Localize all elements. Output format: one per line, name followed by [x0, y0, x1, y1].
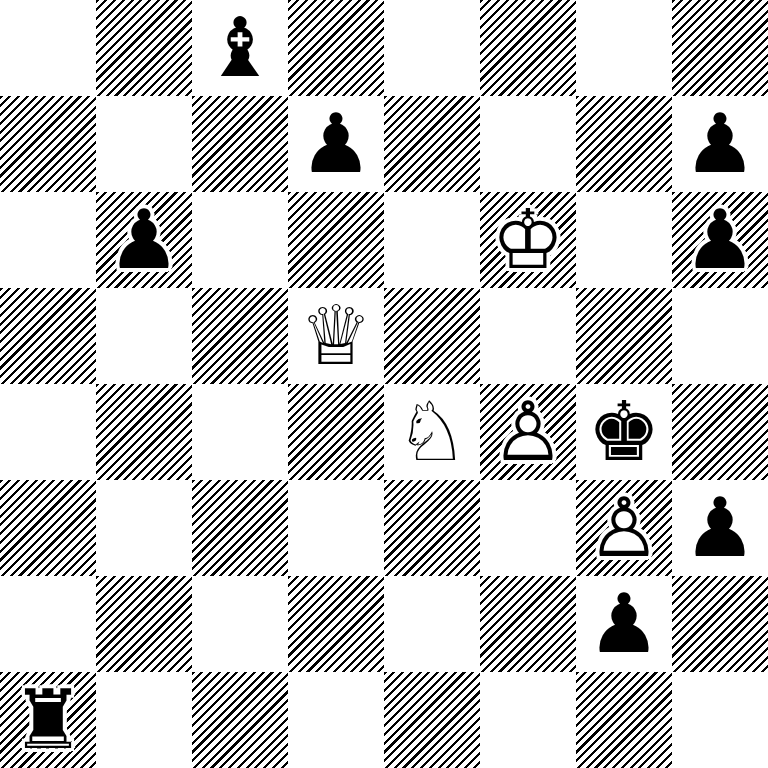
black-pawn-icon: ♟ [672, 192, 768, 288]
square-a4[interactable] [0, 384, 96, 480]
square-f2[interactable] [480, 576, 576, 672]
square-f6[interactable]: ♚♔ [480, 192, 576, 288]
piece-black-pawn[interactable]: ♟♟ [672, 480, 768, 576]
square-h3[interactable]: ♟♟ [672, 480, 768, 576]
square-g1[interactable] [576, 672, 672, 768]
square-d1[interactable] [288, 672, 384, 768]
square-h1[interactable] [672, 672, 768, 768]
square-a6[interactable] [0, 192, 96, 288]
square-e5[interactable] [384, 288, 480, 384]
square-h8[interactable] [672, 0, 768, 96]
piece-black-pawn[interactable]: ♟♟ [96, 192, 192, 288]
square-d3[interactable] [288, 480, 384, 576]
square-h2[interactable] [672, 576, 768, 672]
square-f1[interactable] [480, 672, 576, 768]
square-f3[interactable] [480, 480, 576, 576]
square-h5[interactable] [672, 288, 768, 384]
piece-black-pawn[interactable]: ♟♟ [576, 576, 672, 672]
square-a5[interactable] [0, 288, 96, 384]
square-g7[interactable] [576, 96, 672, 192]
square-c3[interactable] [192, 480, 288, 576]
square-c5[interactable] [192, 288, 288, 384]
square-a7[interactable] [0, 96, 96, 192]
square-f8[interactable] [480, 0, 576, 96]
square-f7[interactable] [480, 96, 576, 192]
square-c8[interactable]: ♝♝ [192, 0, 288, 96]
black-rook-icon: ♜ [0, 672, 96, 768]
square-h4[interactable] [672, 384, 768, 480]
black-pawn-icon: ♟ [672, 480, 768, 576]
square-g6[interactable] [576, 192, 672, 288]
piece-white-king[interactable]: ♚♔ [480, 192, 576, 288]
square-h7[interactable]: ♟♟ [672, 96, 768, 192]
white-pawn-icon: ♙ [576, 480, 672, 576]
square-b6[interactable]: ♟♟ [96, 192, 192, 288]
square-b3[interactable] [96, 480, 192, 576]
square-g5[interactable] [576, 288, 672, 384]
black-pawn-icon: ♟ [288, 96, 384, 192]
square-a1[interactable]: ♜♜ [0, 672, 96, 768]
square-c1[interactable] [192, 672, 288, 768]
square-d4[interactable] [288, 384, 384, 480]
piece-black-pawn[interactable]: ♟♟ [672, 96, 768, 192]
square-e8[interactable] [384, 0, 480, 96]
square-g8[interactable] [576, 0, 672, 96]
square-e2[interactable] [384, 576, 480, 672]
square-b7[interactable] [96, 96, 192, 192]
square-e6[interactable] [384, 192, 480, 288]
chess-board: ♝♝♟♟♟♟♟♟♚♔♟♟♛♕♞♘♟♙♚♚♟♙♟♟♟♟♜♜ [0, 0, 768, 768]
square-d8[interactable] [288, 0, 384, 96]
square-d7[interactable]: ♟♟ [288, 96, 384, 192]
piece-black-pawn[interactable]: ♟♟ [288, 96, 384, 192]
square-d2[interactable] [288, 576, 384, 672]
square-e3[interactable] [384, 480, 480, 576]
square-g4[interactable]: ♚♚ [576, 384, 672, 480]
piece-white-knight[interactable]: ♞♘ [384, 384, 480, 480]
square-f4[interactable]: ♟♙ [480, 384, 576, 480]
square-g3[interactable]: ♟♙ [576, 480, 672, 576]
black-pawn-icon: ♟ [672, 96, 768, 192]
square-e7[interactable] [384, 96, 480, 192]
piece-black-bishop[interactable]: ♝♝ [192, 0, 288, 96]
square-g2[interactable]: ♟♟ [576, 576, 672, 672]
square-a2[interactable] [0, 576, 96, 672]
black-pawn-icon: ♟ [576, 576, 672, 672]
square-c6[interactable] [192, 192, 288, 288]
piece-white-pawn[interactable]: ♟♙ [480, 384, 576, 480]
square-a3[interactable] [0, 480, 96, 576]
square-e4[interactable]: ♞♘ [384, 384, 480, 480]
square-b4[interactable] [96, 384, 192, 480]
white-knight-icon: ♘ [384, 384, 480, 480]
square-c4[interactable] [192, 384, 288, 480]
white-king-icon: ♔ [480, 192, 576, 288]
square-a8[interactable] [0, 0, 96, 96]
square-b5[interactable] [96, 288, 192, 384]
black-pawn-icon: ♟ [96, 192, 192, 288]
white-pawn-icon: ♙ [480, 384, 576, 480]
square-b2[interactable] [96, 576, 192, 672]
square-b8[interactable] [96, 0, 192, 96]
piece-black-rook[interactable]: ♜♜ [0, 672, 96, 768]
square-h6[interactable]: ♟♟ [672, 192, 768, 288]
piece-black-pawn[interactable]: ♟♟ [672, 192, 768, 288]
square-b1[interactable] [96, 672, 192, 768]
black-king-icon: ♚ [576, 384, 672, 480]
piece-white-queen[interactable]: ♛♕ [288, 288, 384, 384]
piece-black-king[interactable]: ♚♚ [576, 384, 672, 480]
square-d6[interactable] [288, 192, 384, 288]
square-c2[interactable] [192, 576, 288, 672]
square-f5[interactable] [480, 288, 576, 384]
square-d5[interactable]: ♛♕ [288, 288, 384, 384]
piece-white-pawn[interactable]: ♟♙ [576, 480, 672, 576]
square-e1[interactable] [384, 672, 480, 768]
square-c7[interactable] [192, 96, 288, 192]
black-bishop-icon: ♝ [192, 0, 288, 96]
white-queen-icon: ♕ [288, 288, 384, 384]
